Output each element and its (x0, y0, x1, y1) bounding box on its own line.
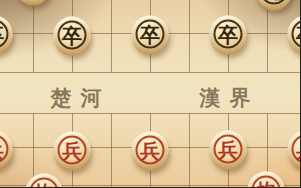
piece-red-soldier-e7[interactable]: 兵 (132, 132, 169, 169)
piece-character: 兵 (132, 132, 169, 169)
piece-character: 砲 (15, 0, 52, 4)
piece-character: 兵 (210, 131, 247, 168)
piece-black-soldier-e4[interactable]: 卒 (132, 16, 169, 53)
piece-black-soldier-a4[interactable]: 卒 (0, 16, 13, 53)
rank-line (0, 113, 300, 114)
xiangqi-app: 楚河 漢界 砲砲卒卒卒卒卒兵兵兵兵兵炮炮 (0, 0, 300, 187)
piece-red-soldier-c7[interactable]: 兵 (54, 132, 91, 169)
piece-red-soldier-g7[interactable]: 兵 (210, 131, 247, 168)
piece-character: 兵 (288, 131, 301, 168)
river-label-han-jie: 漢界 (191, 87, 260, 108)
file-line (189, 0, 190, 72)
river-label-chu-he: 楚河 (42, 87, 111, 108)
file-line (267, 0, 268, 72)
piece-black-soldier-c4[interactable]: 卒 (54, 17, 91, 54)
piece-character: 卒 (54, 17, 91, 54)
file-line (189, 113, 190, 187)
file-line (111, 0, 112, 72)
piece-black-cannon-h3[interactable]: 砲 (256, 0, 293, 9)
piece-character: 卒 (132, 16, 169, 53)
piece-black-soldier-i4[interactable]: 卒 (288, 16, 301, 53)
piece-black-soldier-g4[interactable]: 卒 (210, 16, 247, 53)
piece-black-cannon-b3[interactable]: 砲 (15, 0, 52, 4)
piece-character: 砲 (256, 0, 293, 9)
piece-red-soldier-i7[interactable]: 兵 (288, 131, 301, 168)
piece-red-cannon-h8[interactable]: 炮 (248, 172, 285, 188)
piece-character: 卒 (288, 16, 301, 53)
piece-character: 炮 (248, 172, 285, 188)
rank-line (0, 72, 300, 73)
piece-character: 卒 (210, 16, 247, 53)
piece-character: 炮 (26, 174, 63, 188)
piece-character: 兵 (0, 131, 13, 168)
file-line (111, 113, 112, 187)
piece-character: 卒 (0, 16, 13, 53)
xiangqi-board: 楚河 漢界 砲砲卒卒卒卒卒兵兵兵兵兵炮炮 (0, 0, 300, 187)
file-line (33, 0, 34, 72)
piece-red-cannon-b8[interactable]: 炮 (26, 174, 63, 188)
piece-red-soldier-a7[interactable]: 兵 (0, 131, 13, 168)
piece-character: 兵 (54, 132, 91, 169)
